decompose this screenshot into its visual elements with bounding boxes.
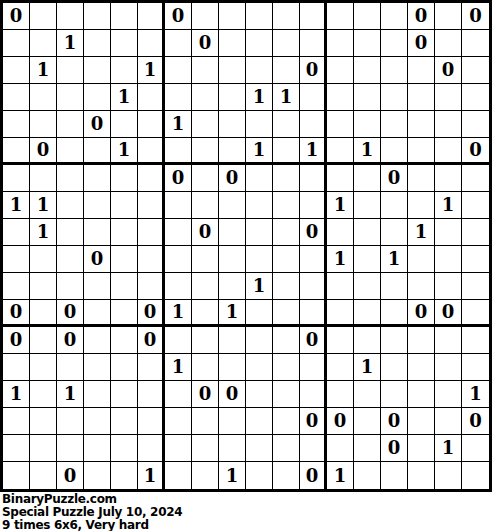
cell-r9-c5-empty[interactable] [138,246,165,273]
cell-r13-c1-empty[interactable] [30,354,57,381]
cell-r6-c12-empty[interactable] [327,165,354,192]
cell-r7-c17-empty[interactable] [462,192,489,219]
cell-r3-c12-empty[interactable] [327,84,354,111]
cell-r2-c14-empty[interactable] [381,57,408,84]
cell-r12-c12-empty[interactable] [327,327,354,354]
cell-r8-c14-empty[interactable] [381,219,408,246]
cell-r14-c8-given-0: 0 [219,381,246,408]
cell-r12-c4-empty[interactable] [111,327,138,354]
cell-r7-c6-empty[interactable] [165,192,192,219]
cell-r15-c13-empty[interactable] [354,408,381,435]
cell-r12-c3-empty[interactable] [84,327,111,354]
cell-r8-c10-empty[interactable] [273,219,300,246]
cell-r5-c8-empty[interactable] [219,138,246,165]
cell-r1-c17-empty[interactable] [462,30,489,57]
cell-r9-c10-empty[interactable] [273,246,300,273]
cell-r10-c6-empty[interactable] [165,273,192,300]
cell-r2-c1-given-1: 1 [30,57,57,84]
cell-r3-c2-empty[interactable] [57,84,84,111]
cell-r12-c6-empty[interactable] [165,327,192,354]
cell-r7-c9-empty[interactable] [246,192,273,219]
cell-r15-c2-empty[interactable] [57,408,84,435]
cell-r13-c17-empty[interactable] [462,354,489,381]
cell-r8-c4-empty[interactable] [111,219,138,246]
cell-r0-c7-empty[interactable] [192,3,219,30]
cell-r10-c4-empty[interactable] [111,273,138,300]
cell-r5-c12-empty[interactable] [327,138,354,165]
cell-r5-c0-empty[interactable] [3,138,30,165]
cell-r10-c0-empty[interactable] [3,273,30,300]
cell-r16-c9-empty[interactable] [246,435,273,462]
cell-r4-c10-empty[interactable] [273,111,300,138]
cell-r9-c15-empty[interactable] [408,246,435,273]
cell-r7-c4-empty[interactable] [111,192,138,219]
cell-r2-c3-empty[interactable] [84,57,111,84]
cell-r17-c9-empty[interactable] [246,462,273,489]
cell-r3-c14-empty[interactable] [381,84,408,111]
cell-r10-c13-empty[interactable] [354,273,381,300]
cell-r1-c0-empty[interactable] [3,30,30,57]
cell-r5-c2-empty[interactable] [57,138,84,165]
cell-r13-c9-empty[interactable] [246,354,273,381]
cell-r10-c8-empty[interactable] [219,273,246,300]
cell-r17-c1-empty[interactable] [30,462,57,489]
cell-r5-c5-empty[interactable] [138,138,165,165]
cell-r7-c2-empty[interactable] [57,192,84,219]
cell-r8-c6-empty[interactable] [165,219,192,246]
cell-r8-c13-empty[interactable] [354,219,381,246]
cell-r6-c7-empty[interactable] [192,165,219,192]
cell-r15-c0-empty[interactable] [3,408,30,435]
cell-r1-c14-empty[interactable] [381,30,408,57]
cell-r7-c8-empty[interactable] [219,192,246,219]
cell-r16-c4-empty[interactable] [111,435,138,462]
cell-r16-c7-empty[interactable] [192,435,219,462]
cell-r3-c11-empty[interactable] [300,84,327,111]
cell-r17-c13-empty[interactable] [354,462,381,489]
cell-r6-c11-empty[interactable] [300,165,327,192]
cell-r1-c11-empty[interactable] [300,30,327,57]
cell-r0-c16-empty[interactable] [435,3,462,30]
cell-r1-c1-empty[interactable] [30,30,57,57]
cell-r1-c7-given-0: 0 [192,30,219,57]
cell-r6-c2-empty[interactable] [57,165,84,192]
cell-r11-c1-empty[interactable] [30,300,57,327]
cell-r11-c9-empty[interactable] [246,300,273,327]
cell-r14-c2-given-1: 1 [57,381,84,408]
cell-r3-c3-empty[interactable] [84,84,111,111]
cell-r6-c17-empty[interactable] [462,165,489,192]
cell-r8-c12-empty[interactable] [327,219,354,246]
cell-r6-c16-empty[interactable] [435,165,462,192]
cell-r14-c5-empty[interactable] [138,381,165,408]
cell-r15-c5-empty[interactable] [138,408,165,435]
cell-r14-c3-empty[interactable] [84,381,111,408]
cell-r4-c1-empty[interactable] [30,111,57,138]
cell-r8-c2-empty[interactable] [57,219,84,246]
cell-r2-c10-empty[interactable] [273,57,300,84]
cell-r15-c16-empty[interactable] [435,408,462,435]
cell-r0-c12-empty[interactable] [327,3,354,30]
cell-r12-c10-empty[interactable] [273,327,300,354]
footer: BinaryPuzzle.com Special Puzzle July 10,… [0,492,493,531]
cell-r12-c15-empty[interactable] [408,327,435,354]
cell-r6-c14-given-0: 0 [381,165,408,192]
cell-r6-c3-empty[interactable] [84,165,111,192]
cell-r14-c0-given-1: 1 [3,381,30,408]
cell-r16-c8-empty[interactable] [219,435,246,462]
cell-r8-c3-empty[interactable] [84,219,111,246]
cell-r1-c10-empty[interactable] [273,30,300,57]
cell-r8-c9-empty[interactable] [246,219,273,246]
cell-r12-c7-empty[interactable] [192,327,219,354]
cell-r0-c11-empty[interactable] [300,3,327,30]
cell-r16-c2-empty[interactable] [57,435,84,462]
cell-r2-c15-empty[interactable] [408,57,435,84]
cell-r1-c16-empty[interactable] [435,30,462,57]
cell-r9-c2-empty[interactable] [57,246,84,273]
cell-r17-c4-empty[interactable] [111,462,138,489]
cell-r2-c0-empty[interactable] [3,57,30,84]
cell-r3-c13-empty[interactable] [354,84,381,111]
cell-r13-c0-empty[interactable] [3,354,30,381]
cell-r9-c7-empty[interactable] [192,246,219,273]
cell-r5-c7-empty[interactable] [192,138,219,165]
cell-r3-c5-empty[interactable] [138,84,165,111]
cell-r16-c0-empty[interactable] [3,435,30,462]
cell-r13-c14-empty[interactable] [381,354,408,381]
cell-r10-c5-empty[interactable] [138,273,165,300]
cell-r13-c11-empty[interactable] [300,354,327,381]
cell-r3-c4-given-1: 1 [111,84,138,111]
cell-r10-c1-empty[interactable] [30,273,57,300]
cell-r17-c6-empty[interactable] [165,462,192,489]
cell-r16-c5-empty[interactable] [138,435,165,462]
cell-r11-c15-given-0: 0 [408,300,435,327]
cell-r14-c7-given-0: 0 [192,381,219,408]
cell-r3-c17-empty[interactable] [462,84,489,111]
cell-r12-c16-empty[interactable] [435,327,462,354]
cell-r0-c2-empty[interactable] [57,3,84,30]
cell-r16-c13-empty[interactable] [354,435,381,462]
cell-r17-c3-empty[interactable] [84,462,111,489]
cell-r7-c10-empty[interactable] [273,192,300,219]
cell-r16-c1-empty[interactable] [30,435,57,462]
cell-r7-c16-given-1: 1 [435,192,462,219]
cell-r6-c0-empty[interactable] [3,165,30,192]
cell-r4-c11-empty[interactable] [300,111,327,138]
cell-r9-c9-empty[interactable] [246,246,273,273]
cell-r5-c16-empty[interactable] [435,138,462,165]
cell-r4-c5-empty[interactable] [138,111,165,138]
cell-r10-c2-empty[interactable] [57,273,84,300]
cell-r14-c14-empty[interactable] [381,381,408,408]
cell-r6-c10-empty[interactable] [273,165,300,192]
cell-r13-c15-empty[interactable] [408,354,435,381]
cell-r7-c11-empty[interactable] [300,192,327,219]
cell-r5-c13-given-1: 1 [354,138,381,165]
cell-r7-c3-empty[interactable] [84,192,111,219]
cell-r1-c5-empty[interactable] [138,30,165,57]
cell-r13-c2-empty[interactable] [57,354,84,381]
cell-r2-c7-empty[interactable] [192,57,219,84]
cell-r6-c5-empty[interactable] [138,165,165,192]
cell-r3-c1-empty[interactable] [30,84,57,111]
cell-r13-c5-empty[interactable] [138,354,165,381]
cell-r5-c15-empty[interactable] [408,138,435,165]
cell-r17-c12-given-1: 1 [327,462,354,489]
cell-r10-c3-empty[interactable] [84,273,111,300]
cell-r17-c7-empty[interactable] [192,462,219,489]
cell-r6-c15-empty[interactable] [408,165,435,192]
cell-r5-c14-empty[interactable] [381,138,408,165]
cell-r10-c10-empty[interactable] [273,273,300,300]
cell-r3-c15-empty[interactable] [408,84,435,111]
cell-r0-c3-empty[interactable] [84,3,111,30]
cell-r4-c12-empty[interactable] [327,111,354,138]
cell-r6-c9-empty[interactable] [246,165,273,192]
cell-r12-c1-empty[interactable] [30,327,57,354]
cell-r3-c7-empty[interactable] [192,84,219,111]
cell-r3-c9-given-1: 1 [246,84,273,111]
cell-r13-c7-empty[interactable] [192,354,219,381]
cell-r15-c3-empty[interactable] [84,408,111,435]
cell-r14-c1-empty[interactable] [30,381,57,408]
cell-r2-c16-given-0: 0 [435,57,462,84]
cell-r13-c16-empty[interactable] [435,354,462,381]
cell-r6-c13-empty[interactable] [354,165,381,192]
cell-r1-c12-empty[interactable] [327,30,354,57]
cell-r13-c12-empty[interactable] [327,354,354,381]
cell-r14-c12-empty[interactable] [327,381,354,408]
cell-r5-c1-given-0: 0 [30,138,57,165]
cell-r0-c6-given-0: 0 [165,3,192,30]
cell-r8-c5-empty[interactable] [138,219,165,246]
cell-r3-c0-empty[interactable] [3,84,30,111]
cell-r17-c0-empty[interactable] [3,462,30,489]
cell-r0-c15-given-0: 0 [408,3,435,30]
cell-r9-c0-empty[interactable] [3,246,30,273]
cell-r2-c17-empty[interactable] [462,57,489,84]
cell-r8-c17-empty[interactable] [462,219,489,246]
cell-r8-c11-given-0: 0 [300,219,327,246]
cell-r1-c8-empty[interactable] [219,30,246,57]
cell-r9-c11-empty[interactable] [300,246,327,273]
cell-r1-c6-empty[interactable] [165,30,192,57]
cell-r15-c17-given-0: 0 [462,408,489,435]
cell-r17-c5-given-1: 1 [138,462,165,489]
cell-r0-c9-empty[interactable] [246,3,273,30]
cell-r4-c13-empty[interactable] [354,111,381,138]
footer-puzzle-spec: 9 times 6x6, Very hard [2,519,493,531]
cell-r3-c8-empty[interactable] [219,84,246,111]
cell-r2-c13-empty[interactable] [354,57,381,84]
cell-r9-c6-empty[interactable] [165,246,192,273]
cell-r13-c3-empty[interactable] [84,354,111,381]
cell-r2-c12-empty[interactable] [327,57,354,84]
cell-r4-c6-given-1: 1 [165,111,192,138]
cell-r2-c5-given-1: 1 [138,57,165,84]
cell-r10-c15-empty[interactable] [408,273,435,300]
cell-r4-c4-empty[interactable] [111,111,138,138]
cell-r9-c1-empty[interactable] [30,246,57,273]
cell-r1-c3-empty[interactable] [84,30,111,57]
cell-r4-c15-empty[interactable] [408,111,435,138]
cell-r7-c12-given-1: 1 [327,192,354,219]
cell-r11-c8-given-1: 1 [219,300,246,327]
cell-r3-c10-given-1: 1 [273,84,300,111]
cell-r14-c17-given-1: 1 [462,381,489,408]
cell-r7-c7-empty[interactable] [192,192,219,219]
cell-r17-c15-empty[interactable] [408,462,435,489]
cell-r13-c13-given-1: 1 [354,354,381,381]
cell-r3-c6-empty[interactable] [165,84,192,111]
cell-r5-c4-given-1: 1 [111,138,138,165]
cell-r17-c10-empty[interactable] [273,462,300,489]
cell-r15-c9-empty[interactable] [246,408,273,435]
cell-r4-c2-empty[interactable] [57,111,84,138]
cell-r16-c3-empty[interactable] [84,435,111,462]
cell-r15-c12-given-0: 0 [327,408,354,435]
cell-r8-c8-empty[interactable] [219,219,246,246]
cell-r12-c17-empty[interactable] [462,327,489,354]
cell-r6-c4-empty[interactable] [111,165,138,192]
cell-r11-c4-empty[interactable] [111,300,138,327]
cell-r17-c17-empty[interactable] [462,462,489,489]
cell-r14-c10-empty[interactable] [273,381,300,408]
cell-r1-c13-empty[interactable] [354,30,381,57]
cell-r0-c1-empty[interactable] [30,3,57,30]
cell-r11-c5-given-0: 0 [138,300,165,327]
cell-r11-c0-given-0: 0 [3,300,30,327]
cell-r4-c16-empty[interactable] [435,111,462,138]
cell-r16-c12-empty[interactable] [327,435,354,462]
cell-r15-c6-empty[interactable] [165,408,192,435]
cell-r7-c14-empty[interactable] [381,192,408,219]
cell-r12-c8-empty[interactable] [219,327,246,354]
cell-r16-c6-empty[interactable] [165,435,192,462]
cell-r10-c11-empty[interactable] [300,273,327,300]
cell-r13-c8-empty[interactable] [219,354,246,381]
cell-r12-c9-empty[interactable] [246,327,273,354]
cell-r16-c11-empty[interactable] [300,435,327,462]
cell-r2-c6-empty[interactable] [165,57,192,84]
cell-r15-c7-empty[interactable] [192,408,219,435]
cell-r0-c8-empty[interactable] [219,3,246,30]
cell-r14-c6-empty[interactable] [165,381,192,408]
cell-r11-c3-empty[interactable] [84,300,111,327]
cell-r7-c5-empty[interactable] [138,192,165,219]
cell-r10-c7-empty[interactable] [192,273,219,300]
cell-r9-c3-given-0: 0 [84,246,111,273]
cell-r11-c17-empty[interactable] [462,300,489,327]
cell-r12-c13-empty[interactable] [354,327,381,354]
cell-r14-c9-empty[interactable] [246,381,273,408]
cell-r9-c13-empty[interactable] [354,246,381,273]
cell-r16-c10-empty[interactable] [273,435,300,462]
cell-r12-c14-empty[interactable] [381,327,408,354]
cell-r4-c17-empty[interactable] [462,111,489,138]
cell-r8-c0-empty[interactable] [3,219,30,246]
cell-r0-c14-empty[interactable] [381,3,408,30]
cell-r10-c14-empty[interactable] [381,273,408,300]
cell-r6-c8-given-0: 0 [219,165,246,192]
cell-r11-c10-empty[interactable] [273,300,300,327]
cell-r4-c14-empty[interactable] [381,111,408,138]
cell-r9-c16-empty[interactable] [435,246,462,273]
cell-r16-c17-empty[interactable] [462,435,489,462]
cell-r11-c13-empty[interactable] [354,300,381,327]
cell-r8-c16-empty[interactable] [435,219,462,246]
cell-r3-c16-empty[interactable] [435,84,462,111]
cell-r2-c4-empty[interactable] [111,57,138,84]
cell-r17-c8-given-1: 1 [219,462,246,489]
cell-r17-c16-empty[interactable] [435,462,462,489]
cell-r9-c8-empty[interactable] [219,246,246,273]
cell-r15-c4-empty[interactable] [111,408,138,435]
cell-r14-c13-empty[interactable] [354,381,381,408]
cell-r14-c15-empty[interactable] [408,381,435,408]
cell-r0-c10-empty[interactable] [273,3,300,30]
cell-r7-c15-empty[interactable] [408,192,435,219]
cell-r7-c13-empty[interactable] [354,192,381,219]
cell-r13-c10-empty[interactable] [273,354,300,381]
cell-r2-c2-empty[interactable] [57,57,84,84]
cell-r13-c4-empty[interactable] [111,354,138,381]
cell-r1-c4-empty[interactable] [111,30,138,57]
cell-r15-c1-empty[interactable] [30,408,57,435]
cell-r2-c9-empty[interactable] [246,57,273,84]
cell-r6-c1-empty[interactable] [30,165,57,192]
cell-r2-c8-empty[interactable] [219,57,246,84]
cell-r10-c17-empty[interactable] [462,273,489,300]
cell-r5-c10-empty[interactable] [273,138,300,165]
page: 0000100110011101011110000111110010111000… [0,0,493,531]
cell-r11-c12-empty[interactable] [327,300,354,327]
cell-r12-c11-given-0: 0 [300,327,327,354]
cell-r0-c5-empty[interactable] [138,3,165,30]
cell-r11-c11-empty[interactable] [300,300,327,327]
cell-r0-c4-empty[interactable] [111,3,138,30]
cell-r17-c14-empty[interactable] [381,462,408,489]
cell-r4-c9-empty[interactable] [246,111,273,138]
cell-r9-c4-empty[interactable] [111,246,138,273]
cell-r14-c4-empty[interactable] [111,381,138,408]
cell-r10-c12-empty[interactable] [327,273,354,300]
cell-r15-c11-given-0: 0 [300,408,327,435]
cell-r15-c14-given-0: 0 [381,408,408,435]
cell-r5-c6-empty[interactable] [165,138,192,165]
cell-r6-c6-given-0: 0 [165,165,192,192]
cell-r10-c16-empty[interactable] [435,273,462,300]
cell-r9-c17-empty[interactable] [462,246,489,273]
cell-r16-c15-empty[interactable] [408,435,435,462]
cell-r1-c9-empty[interactable] [246,30,273,57]
cell-r4-c7-empty[interactable] [192,111,219,138]
cell-r15-c10-empty[interactable] [273,408,300,435]
cell-r14-c11-empty[interactable] [300,381,327,408]
cell-r2-c11-given-0: 0 [300,57,327,84]
cell-r4-c8-empty[interactable] [219,111,246,138]
cell-r4-c0-empty[interactable] [3,111,30,138]
cell-r5-c3-empty[interactable] [84,138,111,165]
cell-r15-c15-empty[interactable] [408,408,435,435]
cell-r11-c7-empty[interactable] [192,300,219,327]
cell-r14-c16-empty[interactable] [435,381,462,408]
cell-r0-c13-empty[interactable] [354,3,381,30]
cell-r15-c8-empty[interactable] [219,408,246,435]
cell-r11-c14-empty[interactable] [381,300,408,327]
